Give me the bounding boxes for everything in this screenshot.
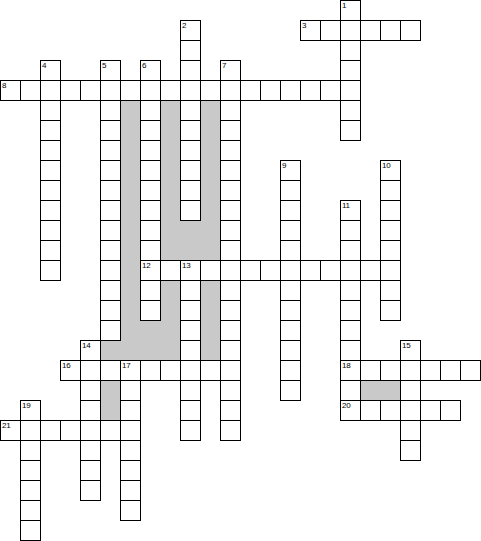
cell-r4c0[interactable]: 8 [0,80,21,101]
cell-r13c19[interactable] [380,260,401,281]
cell-r1c16[interactable] [320,20,341,41]
cell-r19c14[interactable] [280,380,301,401]
cell-r7c5[interactable] [100,140,121,161]
cell-r4c8[interactable] [160,80,181,101]
cell-r13c17[interactable] [340,260,361,281]
clue-number-7: 7 [222,61,226,70]
cell-r13c10[interactable] [200,260,221,281]
cell-r22c6[interactable] [120,440,141,461]
cell-r12c17[interactable] [340,240,361,261]
cell-r16c9[interactable] [180,320,201,341]
cell-r13c8[interactable] [160,260,181,281]
cell-r10c5[interactable] [100,200,121,221]
cell-r19c6[interactable] [120,380,141,401]
cell-r4c1[interactable] [20,80,41,101]
cell-r21c2[interactable] [40,420,61,441]
cell-r10c2[interactable] [40,200,61,221]
cell-r20c19[interactable] [380,400,401,421]
cell-r21c9[interactable] [180,420,201,441]
clue-number-2: 2 [182,21,186,30]
cell-r11c7[interactable] [140,220,161,241]
cell-r4c16[interactable] [320,80,341,101]
cell-r24c6[interactable] [120,480,141,501]
cell-r18c3[interactable]: 16 [60,360,81,381]
cell-r17c9[interactable] [180,340,201,361]
cell-r4c17[interactable] [340,80,361,101]
cell-r21c3[interactable] [60,420,81,441]
cell-r17c20[interactable]: 15 [400,340,421,361]
clue-number-1: 1 [342,1,346,10]
cell-r21c1[interactable] [20,420,41,441]
clue-number-17: 17 [122,361,130,370]
cell-r4c11[interactable] [220,80,241,101]
cell-r19c11[interactable] [220,380,241,401]
cell-r17c4[interactable]: 14 [80,340,101,361]
cell-r1c9[interactable]: 2 [180,20,201,41]
cell-r19c17[interactable] [340,380,361,401]
cell-r18c14[interactable] [280,360,301,381]
clue-number-12: 12 [142,261,150,270]
cell-r4c15[interactable] [300,80,321,101]
cell-r5c11[interactable] [220,100,241,121]
cell-r5c7[interactable] [140,100,161,121]
cell-r9c5[interactable] [100,180,121,201]
cell-r8c14[interactable]: 9 [280,160,301,181]
cell-r16c5[interactable] [100,320,121,341]
cell-r7c7[interactable] [140,140,161,161]
cell-r4c10[interactable] [200,80,221,101]
cell-r14c19[interactable] [380,280,401,301]
cell-r11c19[interactable] [380,220,401,241]
cell-r6c7[interactable] [140,120,161,141]
clue-number-18: 18 [342,361,350,370]
cell-r2c17[interactable] [340,40,361,61]
cell-r24c1[interactable] [20,480,41,501]
cell-r8c9[interactable] [180,160,201,181]
cell-r14c5[interactable] [100,280,121,301]
cell-r8c11[interactable] [220,160,241,181]
cell-r19c20[interactable] [400,380,421,401]
cell-r4c3[interactable] [60,80,81,101]
cell-r18c5[interactable] [100,360,121,381]
cell-r5c2[interactable] [40,100,61,121]
cell-r3c17[interactable] [340,60,361,81]
cell-r18c8[interactable] [160,360,181,381]
cell-r11c2[interactable] [40,220,61,241]
cell-r14c17[interactable] [340,280,361,301]
cell-r9c9[interactable] [180,180,201,201]
cell-r9c7[interactable] [140,180,161,201]
cell-r1c20[interactable] [400,20,421,41]
cell-r18c20[interactable] [400,360,421,381]
cell-r13c9[interactable]: 13 [180,260,201,281]
cell-r5c5[interactable] [100,100,121,121]
cell-r14c14[interactable] [280,280,301,301]
cell-r15c5[interactable] [100,300,121,321]
cell-r1c15[interactable]: 3 [300,20,321,41]
cell-r9c11[interactable] [220,180,241,201]
cell-r13c14[interactable] [280,260,301,281]
cell-r3c7[interactable]: 6 [140,60,161,81]
cell-r11c17[interactable] [340,220,361,241]
shaded-region-bottom-right-block [360,380,400,400]
cell-r14c7[interactable] [140,280,161,301]
cell-r18c9[interactable] [180,360,201,381]
cell-r7c11[interactable] [220,140,241,161]
cell-r6c11[interactable] [220,120,241,141]
cell-r20c9[interactable] [180,400,201,421]
cell-r8c5[interactable] [100,160,121,181]
cell-r12c19[interactable] [380,240,401,261]
cell-r10c14[interactable] [280,200,301,221]
cell-r4c2[interactable] [40,80,61,101]
cell-r3c2[interactable]: 4 [40,60,61,81]
cell-r1c18[interactable] [360,20,381,41]
cell-r13c5[interactable] [100,260,121,281]
cell-r13c12[interactable] [240,260,261,281]
cell-r13c18[interactable] [360,260,381,281]
cell-r13c16[interactable] [320,260,341,281]
cell-r11c11[interactable] [220,220,241,241]
shaded-region-left-lower-block [100,380,120,420]
cell-r20c17[interactable]: 20 [340,400,361,421]
cell-r12c2[interactable] [40,240,61,261]
cell-r1c19[interactable] [380,20,401,41]
cell-r19c9[interactable] [180,380,201,401]
clue-number-8: 8 [2,81,6,90]
cell-r16c17[interactable] [340,320,361,341]
clue-number-15: 15 [402,341,410,350]
cell-r5c17[interactable] [340,100,361,121]
cell-r12c11[interactable] [220,240,241,261]
cell-r8c19[interactable]: 10 [380,160,401,181]
cell-r24c4[interactable] [80,480,101,501]
cell-r6c17[interactable] [340,120,361,141]
cell-r20c1[interactable]: 19 [20,400,41,421]
cell-r4c12[interactable] [240,80,261,101]
cell-r23c1[interactable] [20,460,41,481]
cell-r13c7[interactable]: 12 [140,260,161,281]
cell-r2c9[interactable] [180,40,201,61]
cell-r13c15[interactable] [300,260,321,281]
cell-r10c19[interactable] [380,200,401,221]
cell-r22c20[interactable] [400,440,421,461]
cell-r18c18[interactable] [360,360,381,381]
cell-r7c2[interactable] [40,140,61,161]
cell-r15c19[interactable] [380,300,401,321]
clue-number-20: 20 [342,401,350,410]
cell-r13c2[interactable] [40,260,61,281]
cell-r18c22[interactable] [440,360,461,381]
cell-r3c11[interactable]: 7 [220,60,241,81]
cell-r6c5[interactable] [100,120,121,141]
cell-r3c9[interactable] [180,60,201,81]
cell-r9c2[interactable] [40,180,61,201]
cell-r23c4[interactable] [80,460,101,481]
cell-r4c13[interactable] [260,80,281,101]
clue-number-21: 21 [2,421,10,430]
cell-r23c6[interactable] [120,460,141,481]
cell-r18c21[interactable] [420,360,441,381]
cell-r4c14[interactable] [280,80,301,101]
cell-r20c4[interactable] [80,400,101,421]
cell-r13c13[interactable] [260,260,281,281]
cell-r18c6[interactable]: 17 [120,360,141,381]
cell-r15c7[interactable] [140,300,161,321]
cell-r14c9[interactable] [180,280,201,301]
cell-r20c6[interactable] [120,400,141,421]
cell-r3c5[interactable]: 5 [100,60,121,81]
cell-r4c6[interactable] [120,80,141,101]
cell-r16c11[interactable] [220,320,241,341]
cell-r4c9[interactable] [180,80,201,101]
clue-number-14: 14 [82,341,90,350]
cell-r15c9[interactable] [180,300,201,321]
cell-r8c2[interactable] [40,160,61,181]
cell-r20c20[interactable] [400,400,421,421]
cell-r15c14[interactable] [280,300,301,321]
cell-r21c11[interactable] [220,420,241,441]
cell-r18c23[interactable] [460,360,481,381]
cell-r17c14[interactable] [280,340,301,361]
cell-r6c9[interactable] [180,120,201,141]
cell-r21c6[interactable] [120,420,141,441]
cell-r10c11[interactable] [220,200,241,221]
cell-r20c11[interactable] [220,400,241,421]
cell-r18c4[interactable] [80,360,101,381]
cell-r13c11[interactable] [220,260,241,281]
cell-r11c14[interactable] [280,220,301,241]
clue-number-10: 10 [382,161,390,170]
cell-r18c17[interactable]: 18 [340,360,361,381]
cell-r1c17[interactable] [340,20,361,41]
cell-r4c5[interactable] [100,80,121,101]
cell-r21c0[interactable]: 21 [0,420,21,441]
cell-r9c14[interactable] [280,180,301,201]
cell-r7c9[interactable] [180,140,201,161]
clue-number-4: 4 [42,61,46,70]
cell-r21c5[interactable] [100,420,121,441]
cell-r22c1[interactable] [20,440,41,461]
cell-r22c4[interactable] [80,440,101,461]
clue-number-19: 19 [22,401,30,410]
cell-r9c19[interactable] [380,180,401,201]
cell-r10c7[interactable] [140,200,161,221]
cell-r18c11[interactable] [220,360,241,381]
cell-r21c4[interactable] [80,420,101,441]
cell-r12c7[interactable] [140,240,161,261]
clue-number-5: 5 [102,61,106,70]
cell-r25c6[interactable] [120,500,141,521]
shaded-region-right-lower-strip [200,280,220,360]
cell-r14c11[interactable] [220,280,241,301]
clue-number-13: 13 [182,261,190,270]
cell-r16c14[interactable] [280,320,301,341]
cell-r5c9[interactable] [180,100,201,121]
cell-r10c9[interactable] [180,200,201,221]
cell-r20c18[interactable] [360,400,381,421]
cell-r12c14[interactable] [280,240,301,261]
cell-r15c11[interactable] [220,300,241,321]
cell-r8c7[interactable] [140,160,161,181]
clue-number-6: 6 [142,61,146,70]
cell-r17c17[interactable] [340,340,361,361]
cell-r17c11[interactable] [220,340,241,361]
cell-r6c2[interactable] [40,120,61,141]
crossword-board: 123456789101112131415161718192021 [0,0,481,541]
cell-r11c5[interactable] [100,220,121,241]
cell-r19c4[interactable] [80,380,101,401]
cell-r20c22[interactable] [440,400,461,421]
cell-r4c7[interactable] [140,80,161,101]
clue-number-11: 11 [342,201,350,210]
cell-r26c1[interactable] [20,520,41,541]
cell-r20c21[interactable] [420,400,441,421]
clue-number-9: 9 [282,161,286,170]
clue-number-16: 16 [62,361,70,370]
cell-r4c4[interactable] [80,80,101,101]
cell-r18c19[interactable] [380,360,401,381]
cell-r21c20[interactable] [400,420,421,441]
cell-r25c1[interactable] [20,500,41,521]
cell-r10c17[interactable]: 11 [340,200,361,221]
cell-r18c7[interactable] [140,360,161,381]
cell-r18c10[interactable] [200,360,221,381]
cell-r0c17[interactable]: 1 [340,0,361,21]
clue-number-3: 3 [302,21,306,30]
cell-r12c5[interactable] [100,240,121,261]
cell-r15c17[interactable] [340,300,361,321]
